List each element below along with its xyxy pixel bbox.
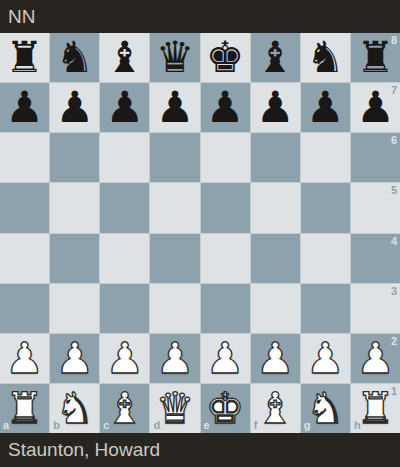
square-d7[interactable]: ♟ bbox=[150, 83, 199, 132]
square-g1[interactable]: ♞g bbox=[301, 384, 350, 433]
piece-black-queen[interactable]: ♛ bbox=[156, 36, 195, 79]
piece-black-pawn[interactable]: ♟ bbox=[106, 86, 145, 129]
square-e6[interactable] bbox=[201, 133, 250, 182]
square-h6[interactable]: 6 bbox=[351, 133, 400, 182]
square-b4[interactable] bbox=[50, 234, 99, 283]
piece-white-pawn[interactable]: ♟ bbox=[356, 337, 395, 380]
square-a1[interactable]: ♜a bbox=[0, 384, 49, 433]
square-e7[interactable]: ♟ bbox=[201, 83, 250, 132]
piece-white-king[interactable]: ♚ bbox=[206, 387, 245, 430]
square-h8[interactable]: ♜8 bbox=[351, 33, 400, 82]
square-d3[interactable] bbox=[150, 284, 199, 333]
piece-black-king[interactable]: ♚ bbox=[206, 36, 245, 79]
piece-black-rook[interactable]: ♜ bbox=[356, 36, 395, 79]
square-b2[interactable]: ♟ bbox=[50, 334, 99, 383]
square-g7[interactable]: ♟ bbox=[301, 83, 350, 132]
piece-black-pawn[interactable]: ♟ bbox=[55, 86, 94, 129]
piece-white-pawn[interactable]: ♟ bbox=[55, 337, 94, 380]
piece-white-rook[interactable]: ♜ bbox=[5, 387, 44, 430]
piece-white-pawn[interactable]: ♟ bbox=[106, 337, 145, 380]
square-g6[interactable] bbox=[301, 133, 350, 182]
square-g8[interactable]: ♞ bbox=[301, 33, 350, 82]
piece-black-rook[interactable]: ♜ bbox=[5, 36, 44, 79]
chess-board: ♜♞♝♛♚♝♞♜8♟♟♟♟♟♟♟♟76543♟♟♟♟♟♟♟♟2♜a♞b♝c♛d♚… bbox=[0, 33, 400, 433]
square-e4[interactable] bbox=[201, 234, 250, 283]
square-b3[interactable] bbox=[50, 284, 99, 333]
square-a4[interactable] bbox=[0, 234, 49, 283]
square-a2[interactable]: ♟ bbox=[0, 334, 49, 383]
square-h4[interactable]: 4 bbox=[351, 234, 400, 283]
square-d8[interactable]: ♛ bbox=[150, 33, 199, 82]
square-f7[interactable]: ♟ bbox=[251, 83, 300, 132]
square-d5[interactable] bbox=[150, 183, 199, 232]
square-b7[interactable]: ♟ bbox=[50, 83, 99, 132]
square-f4[interactable] bbox=[251, 234, 300, 283]
piece-black-bishop[interactable]: ♝ bbox=[106, 36, 145, 79]
square-a6[interactable] bbox=[0, 133, 49, 182]
piece-white-pawn[interactable]: ♟ bbox=[306, 337, 345, 380]
coordinate-rank-5: 5 bbox=[391, 185, 397, 196]
piece-white-pawn[interactable]: ♟ bbox=[5, 337, 44, 380]
square-c8[interactable]: ♝ bbox=[100, 33, 149, 82]
coordinate-rank-3: 3 bbox=[391, 286, 397, 297]
square-h1[interactable]: ♜1h bbox=[351, 384, 400, 433]
square-d2[interactable]: ♟ bbox=[150, 334, 199, 383]
square-c7[interactable]: ♟ bbox=[100, 83, 149, 132]
piece-black-bishop[interactable]: ♝ bbox=[256, 36, 295, 79]
piece-black-pawn[interactable]: ♟ bbox=[356, 86, 395, 129]
square-d1[interactable]: ♛d bbox=[150, 384, 199, 433]
piece-black-pawn[interactable]: ♟ bbox=[206, 86, 245, 129]
square-f6[interactable] bbox=[251, 133, 300, 182]
piece-black-pawn[interactable]: ♟ bbox=[306, 86, 345, 129]
top-player-name: NN bbox=[8, 6, 35, 28]
square-g4[interactable] bbox=[301, 234, 350, 283]
square-f3[interactable] bbox=[251, 284, 300, 333]
square-h7[interactable]: ♟7 bbox=[351, 83, 400, 132]
square-e2[interactable]: ♟ bbox=[201, 334, 250, 383]
square-f2[interactable]: ♟ bbox=[251, 334, 300, 383]
square-a8[interactable]: ♜ bbox=[0, 33, 49, 82]
square-h5[interactable]: 5 bbox=[351, 183, 400, 232]
square-a7[interactable]: ♟ bbox=[0, 83, 49, 132]
square-c5[interactable] bbox=[100, 183, 149, 232]
piece-white-knight[interactable]: ♞ bbox=[306, 387, 345, 430]
bottom-player-name: Staunton, Howard bbox=[8, 439, 160, 461]
square-e8[interactable]: ♚ bbox=[201, 33, 250, 82]
square-e1[interactable]: ♚e bbox=[201, 384, 250, 433]
top-player-bar: NN bbox=[0, 0, 400, 33]
square-c2[interactable]: ♟ bbox=[100, 334, 149, 383]
piece-black-knight[interactable]: ♞ bbox=[55, 36, 94, 79]
square-a5[interactable] bbox=[0, 183, 49, 232]
piece-black-pawn[interactable]: ♟ bbox=[5, 86, 44, 129]
square-c3[interactable] bbox=[100, 284, 149, 333]
square-d6[interactable] bbox=[150, 133, 199, 182]
square-b1[interactable]: ♞b bbox=[50, 384, 99, 433]
square-h3[interactable]: 3 bbox=[351, 284, 400, 333]
piece-white-queen[interactable]: ♛ bbox=[156, 387, 195, 430]
piece-black-pawn[interactable]: ♟ bbox=[156, 86, 195, 129]
square-g5[interactable] bbox=[301, 183, 350, 232]
coordinate-rank-4: 4 bbox=[391, 236, 397, 247]
coordinate-rank-6: 6 bbox=[391, 135, 397, 146]
square-f8[interactable]: ♝ bbox=[251, 33, 300, 82]
square-g3[interactable] bbox=[301, 284, 350, 333]
square-f5[interactable] bbox=[251, 183, 300, 232]
square-f1[interactable]: ♝f bbox=[251, 384, 300, 433]
square-e3[interactable] bbox=[201, 284, 250, 333]
piece-white-rook[interactable]: ♜ bbox=[356, 387, 395, 430]
square-c1[interactable]: ♝c bbox=[100, 384, 149, 433]
piece-white-pawn[interactable]: ♟ bbox=[156, 337, 195, 380]
square-b8[interactable]: ♞ bbox=[50, 33, 99, 82]
bottom-player-bar: Staunton, Howard bbox=[0, 433, 400, 467]
piece-white-bishop[interactable]: ♝ bbox=[106, 387, 145, 430]
square-a3[interactable] bbox=[0, 284, 49, 333]
square-h2[interactable]: ♟2 bbox=[351, 334, 400, 383]
piece-white-knight[interactable]: ♞ bbox=[55, 387, 94, 430]
square-e5[interactable] bbox=[201, 183, 250, 232]
square-c6[interactable] bbox=[100, 133, 149, 182]
square-g2[interactable]: ♟ bbox=[301, 334, 350, 383]
square-b5[interactable] bbox=[50, 183, 99, 232]
piece-white-pawn[interactable]: ♟ bbox=[206, 337, 245, 380]
piece-black-knight[interactable]: ♞ bbox=[306, 36, 345, 79]
piece-white-pawn[interactable]: ♟ bbox=[256, 337, 295, 380]
piece-white-bishop[interactable]: ♝ bbox=[256, 387, 295, 430]
square-c4[interactable] bbox=[100, 234, 149, 283]
square-d4[interactable] bbox=[150, 234, 199, 283]
piece-black-pawn[interactable]: ♟ bbox=[256, 86, 295, 129]
square-b6[interactable] bbox=[50, 133, 99, 182]
